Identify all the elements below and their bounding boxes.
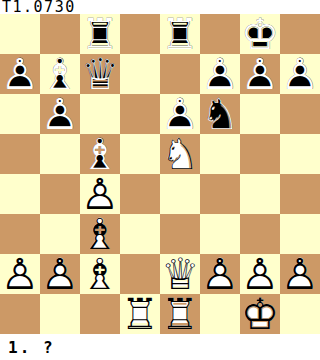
square-f3[interactable] [200, 214, 240, 254]
square-a4[interactable] [0, 174, 40, 214]
piece-outline-glyph: ♕ [160, 254, 200, 294]
chess-board: ♜♖♜♖♚♔♟♙♝♗♛♕♟♙♟♙♟♙♟♙♟♙♞♘♝♗♞♘♟♙♝♗♟♙♟♙♝♗♛♕… [0, 14, 320, 334]
square-h8[interactable] [280, 14, 320, 54]
square-e4[interactable] [160, 174, 200, 214]
square-g8[interactable]: ♚♔ [240, 14, 280, 54]
piece-outline-glyph: ♖ [160, 14, 200, 54]
piece-outline-glyph: ♙ [0, 254, 40, 294]
black-queen[interactable]: ♛♕ [80, 54, 120, 94]
square-b7[interactable]: ♝♗ [40, 54, 80, 94]
white-knight[interactable]: ♞♘ [160, 134, 200, 174]
black-pawn[interactable]: ♟♙ [160, 94, 200, 134]
square-a8[interactable] [0, 14, 40, 54]
square-c2[interactable]: ♝♗ [80, 254, 120, 294]
square-d3[interactable] [120, 214, 160, 254]
piece-outline-glyph: ♙ [160, 94, 200, 134]
square-g1[interactable]: ♚♔ [240, 294, 280, 334]
square-a6[interactable] [0, 94, 40, 134]
square-e2[interactable]: ♛♕ [160, 254, 200, 294]
piece-outline-glyph: ♙ [200, 254, 240, 294]
piece-outline-glyph: ♔ [240, 294, 280, 334]
square-g5[interactable] [240, 134, 280, 174]
square-f8[interactable] [200, 14, 240, 54]
white-bishop[interactable]: ♝♗ [80, 254, 120, 294]
piece-outline-glyph: ♗ [80, 214, 120, 254]
square-d7[interactable] [120, 54, 160, 94]
piece-outline-glyph: ♗ [40, 54, 80, 94]
square-b8[interactable] [40, 14, 80, 54]
black-bishop[interactable]: ♝♗ [80, 134, 120, 174]
puzzle-window: T1.0730 ♜♖♜♖♚♔♟♙♝♗♛♕♟♙♟♙♟♙♟♙♟♙♞♘♝♗♞♘♟♙♝♗… [0, 0, 320, 360]
square-g6[interactable] [240, 94, 280, 134]
square-h6[interactable] [280, 94, 320, 134]
piece-outline-glyph: ♙ [40, 254, 80, 294]
square-b6[interactable]: ♟♙ [40, 94, 80, 134]
square-h3[interactable] [280, 214, 320, 254]
square-h7[interactable]: ♟♙ [280, 54, 320, 94]
square-d6[interactable] [120, 94, 160, 134]
black-pawn[interactable]: ♟♙ [40, 94, 80, 134]
square-a2[interactable]: ♟♙ [0, 254, 40, 294]
black-pawn[interactable]: ♟♙ [0, 54, 40, 94]
piece-outline-glyph: ♕ [80, 54, 120, 94]
square-c1[interactable] [80, 294, 120, 334]
white-queen[interactable]: ♛♕ [160, 254, 200, 294]
white-pawn[interactable]: ♟♙ [240, 254, 280, 294]
square-c7[interactable]: ♛♕ [80, 54, 120, 94]
square-g7[interactable]: ♟♙ [240, 54, 280, 94]
white-rook[interactable]: ♜♖ [120, 294, 160, 334]
black-pawn[interactable]: ♟♙ [200, 54, 240, 94]
white-rook[interactable]: ♜♖ [160, 294, 200, 334]
white-pawn[interactable]: ♟♙ [0, 254, 40, 294]
square-d2[interactable] [120, 254, 160, 294]
white-bishop[interactable]: ♝♗ [80, 214, 120, 254]
square-b3[interactable] [40, 214, 80, 254]
square-e7[interactable] [160, 54, 200, 94]
piece-outline-glyph: ♙ [240, 54, 280, 94]
square-d1[interactable]: ♜♖ [120, 294, 160, 334]
black-bishop[interactable]: ♝♗ [40, 54, 80, 94]
black-pawn[interactable]: ♟♙ [240, 54, 280, 94]
square-d5[interactable] [120, 134, 160, 174]
piece-outline-glyph: ♙ [80, 174, 120, 214]
piece-outline-glyph: ♙ [0, 54, 40, 94]
square-a5[interactable] [0, 134, 40, 174]
square-e6[interactable]: ♟♙ [160, 94, 200, 134]
square-g3[interactable] [240, 214, 280, 254]
square-g2[interactable]: ♟♙ [240, 254, 280, 294]
square-e1[interactable]: ♜♖ [160, 294, 200, 334]
square-h5[interactable] [280, 134, 320, 174]
square-c5[interactable]: ♝♗ [80, 134, 120, 174]
square-e8[interactable]: ♜♖ [160, 14, 200, 54]
piece-outline-glyph: ♗ [80, 254, 120, 294]
piece-outline-glyph: ♙ [240, 254, 280, 294]
square-f7[interactable]: ♟♙ [200, 54, 240, 94]
piece-outline-glyph: ♘ [160, 134, 200, 174]
square-e5[interactable]: ♞♘ [160, 134, 200, 174]
square-a7[interactable]: ♟♙ [0, 54, 40, 94]
black-king[interactable]: ♚♔ [240, 14, 280, 54]
square-c4[interactable]: ♟♙ [80, 174, 120, 214]
square-c6[interactable] [80, 94, 120, 134]
square-g4[interactable] [240, 174, 280, 214]
black-rook[interactable]: ♜♖ [160, 14, 200, 54]
square-h1[interactable] [280, 294, 320, 334]
square-f4[interactable] [200, 174, 240, 214]
square-h4[interactable] [280, 174, 320, 214]
white-pawn[interactable]: ♟♙ [280, 254, 320, 294]
square-a1[interactable] [0, 294, 40, 334]
square-f5[interactable] [200, 134, 240, 174]
piece-outline-glyph: ♙ [280, 254, 320, 294]
piece-outline-glyph: ♗ [80, 134, 120, 174]
square-c3[interactable]: ♝♗ [80, 214, 120, 254]
black-knight[interactable]: ♞♘ [200, 94, 240, 134]
square-b2[interactable]: ♟♙ [40, 254, 80, 294]
piece-outline-glyph: ♖ [160, 294, 200, 334]
white-pawn[interactable]: ♟♙ [80, 174, 120, 214]
square-h2[interactable]: ♟♙ [280, 254, 320, 294]
white-pawn[interactable]: ♟♙ [200, 254, 240, 294]
square-a3[interactable] [0, 214, 40, 254]
piece-outline-glyph: ♖ [80, 14, 120, 54]
white-king[interactable]: ♚♔ [240, 294, 280, 334]
piece-outline-glyph: ♘ [200, 94, 240, 134]
square-d4[interactable] [120, 174, 160, 214]
black-pawn[interactable]: ♟♙ [280, 54, 320, 94]
square-b4[interactable] [40, 174, 80, 214]
piece-outline-glyph: ♔ [240, 14, 280, 54]
square-b1[interactable] [40, 294, 80, 334]
black-rook[interactable]: ♜♖ [80, 14, 120, 54]
piece-outline-glyph: ♙ [40, 94, 80, 134]
square-f2[interactable]: ♟♙ [200, 254, 240, 294]
square-c8[interactable]: ♜♖ [80, 14, 120, 54]
piece-outline-glyph: ♙ [280, 54, 320, 94]
white-pawn[interactable]: ♟♙ [40, 254, 80, 294]
square-e3[interactable] [160, 214, 200, 254]
square-b5[interactable] [40, 134, 80, 174]
square-d8[interactable] [120, 14, 160, 54]
piece-outline-glyph: ♙ [200, 54, 240, 94]
square-f1[interactable] [200, 294, 240, 334]
piece-outline-glyph: ♖ [120, 294, 160, 334]
square-f6[interactable]: ♞♘ [200, 94, 240, 134]
